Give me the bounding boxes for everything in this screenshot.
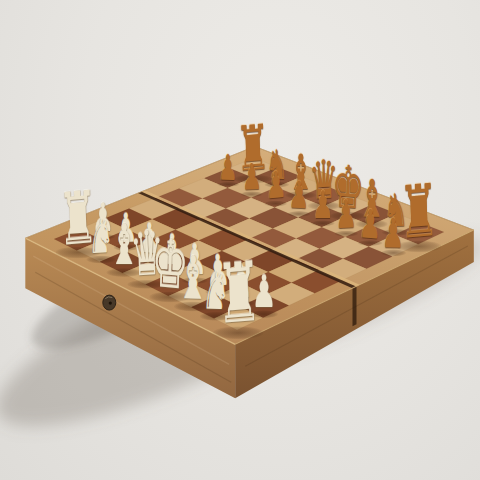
- box-seam-notch: [353, 286, 357, 326]
- piece-rP-h7[interactable]: ♟: [375, 213, 412, 254]
- clasp[interactable]: [103, 295, 116, 310]
- red-piece-glyph: ♟: [382, 214, 405, 253]
- photo-scene: ♜♟♞♟♝♟♛♟♚♟♝♟♟♞♜♟♟♜♞♟♟♝♟♛♟♚♟♝♟♞♟♜: [0, 0, 480, 480]
- piece-wR-h1[interactable]: ♜: [202, 253, 276, 335]
- ivory-piece-glyph: ♜: [214, 253, 262, 335]
